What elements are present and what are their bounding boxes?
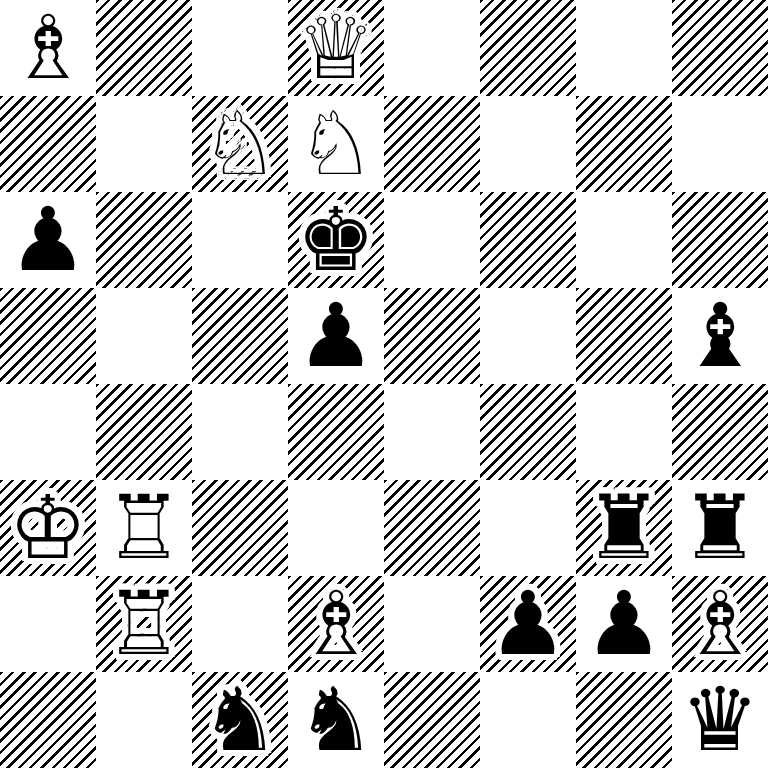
square-a2[interactable] [0, 576, 96, 672]
square-h7[interactable] [672, 96, 768, 192]
piece-black-bishop[interactable]: ♝ [681, 288, 760, 384]
square-c4[interactable] [192, 384, 288, 480]
square-a4[interactable] [0, 384, 96, 480]
square-b3[interactable]: ♖ [96, 480, 192, 576]
square-f6[interactable] [480, 192, 576, 288]
square-f7[interactable] [480, 96, 576, 192]
square-e6[interactable] [384, 192, 480, 288]
piece-black-pawn[interactable]: ♟ [489, 576, 568, 672]
piece-white-queen[interactable]: ♕ [297, 0, 376, 96]
square-g8[interactable] [576, 0, 672, 96]
square-d3[interactable] [288, 480, 384, 576]
piece-white-rook[interactable]: ♖ [105, 480, 184, 576]
square-c1[interactable]: ♞ [192, 672, 288, 768]
square-b4[interactable] [96, 384, 192, 480]
square-c7[interactable]: ♘ [192, 96, 288, 192]
square-e2[interactable] [384, 576, 480, 672]
square-d2[interactable]: ♗ [288, 576, 384, 672]
square-d1[interactable]: ♞ [288, 672, 384, 768]
square-h6[interactable] [672, 192, 768, 288]
square-a6[interactable]: ♟ [0, 192, 96, 288]
piece-black-pawn[interactable]: ♟ [297, 288, 376, 384]
square-b5[interactable] [96, 288, 192, 384]
square-c6[interactable] [192, 192, 288, 288]
piece-white-bishop[interactable]: ♗ [9, 0, 88, 96]
square-e8[interactable] [384, 0, 480, 96]
square-h5[interactable]: ♝ [672, 288, 768, 384]
square-h2[interactable]: ♗ [672, 576, 768, 672]
square-d4[interactable] [288, 384, 384, 480]
square-b7[interactable] [96, 96, 192, 192]
piece-black-rook[interactable]: ♜ [681, 480, 760, 576]
square-d8[interactable]: ♕ [288, 0, 384, 96]
square-g4[interactable] [576, 384, 672, 480]
piece-white-king[interactable]: ♔ [9, 480, 88, 576]
square-b8[interactable] [96, 0, 192, 96]
square-g2[interactable]: ♟ [576, 576, 672, 672]
piece-white-bishop[interactable]: ♗ [681, 576, 760, 672]
square-b6[interactable] [96, 192, 192, 288]
square-b2[interactable]: ♖ [96, 576, 192, 672]
square-g7[interactable] [576, 96, 672, 192]
square-f2[interactable]: ♟ [480, 576, 576, 672]
piece-white-knight[interactable]: ♘ [201, 96, 280, 192]
square-a7[interactable] [0, 96, 96, 192]
square-e3[interactable] [384, 480, 480, 576]
piece-black-king[interactable]: ♚ [297, 192, 376, 288]
square-f5[interactable] [480, 288, 576, 384]
square-f8[interactable] [480, 0, 576, 96]
square-h4[interactable] [672, 384, 768, 480]
square-a8[interactable]: ♗ [0, 0, 96, 96]
square-e4[interactable] [384, 384, 480, 480]
square-a3[interactable]: ♔ [0, 480, 96, 576]
square-h8[interactable] [672, 0, 768, 96]
square-d5[interactable]: ♟ [288, 288, 384, 384]
square-c8[interactable] [192, 0, 288, 96]
square-c2[interactable] [192, 576, 288, 672]
piece-black-rook[interactable]: ♜ [585, 480, 664, 576]
square-g1[interactable] [576, 672, 672, 768]
square-a5[interactable] [0, 288, 96, 384]
square-e1[interactable] [384, 672, 480, 768]
square-e5[interactable] [384, 288, 480, 384]
square-a1[interactable] [0, 672, 96, 768]
square-h3[interactable]: ♜ [672, 480, 768, 576]
square-d6[interactable]: ♚ [288, 192, 384, 288]
square-c3[interactable] [192, 480, 288, 576]
piece-black-pawn[interactable]: ♟ [585, 576, 664, 672]
square-f1[interactable] [480, 672, 576, 768]
piece-white-rook[interactable]: ♖ [105, 576, 184, 672]
square-g3[interactable]: ♜ [576, 480, 672, 576]
square-g5[interactable] [576, 288, 672, 384]
piece-black-knight[interactable]: ♞ [297, 672, 376, 768]
square-g6[interactable] [576, 192, 672, 288]
square-b1[interactable] [96, 672, 192, 768]
chess-diagram: ♗♕♘♘♟♚♟♝♔♖♜♜♖♗♟♟♗♞♞♛ [0, 0, 768, 768]
square-f4[interactable] [480, 384, 576, 480]
piece-white-knight[interactable]: ♘ [297, 96, 376, 192]
square-h1[interactable]: ♛ [672, 672, 768, 768]
piece-black-knight[interactable]: ♞ [201, 672, 280, 768]
piece-black-pawn[interactable]: ♟ [9, 192, 88, 288]
square-e7[interactable] [384, 96, 480, 192]
square-f3[interactable] [480, 480, 576, 576]
square-d7[interactable]: ♘ [288, 96, 384, 192]
piece-black-queen[interactable]: ♛ [681, 672, 760, 768]
chess-board: ♗♕♘♘♟♚♟♝♔♖♜♜♖♗♟♟♗♞♞♛ [0, 0, 768, 768]
piece-white-bishop[interactable]: ♗ [297, 576, 376, 672]
square-c5[interactable] [192, 288, 288, 384]
